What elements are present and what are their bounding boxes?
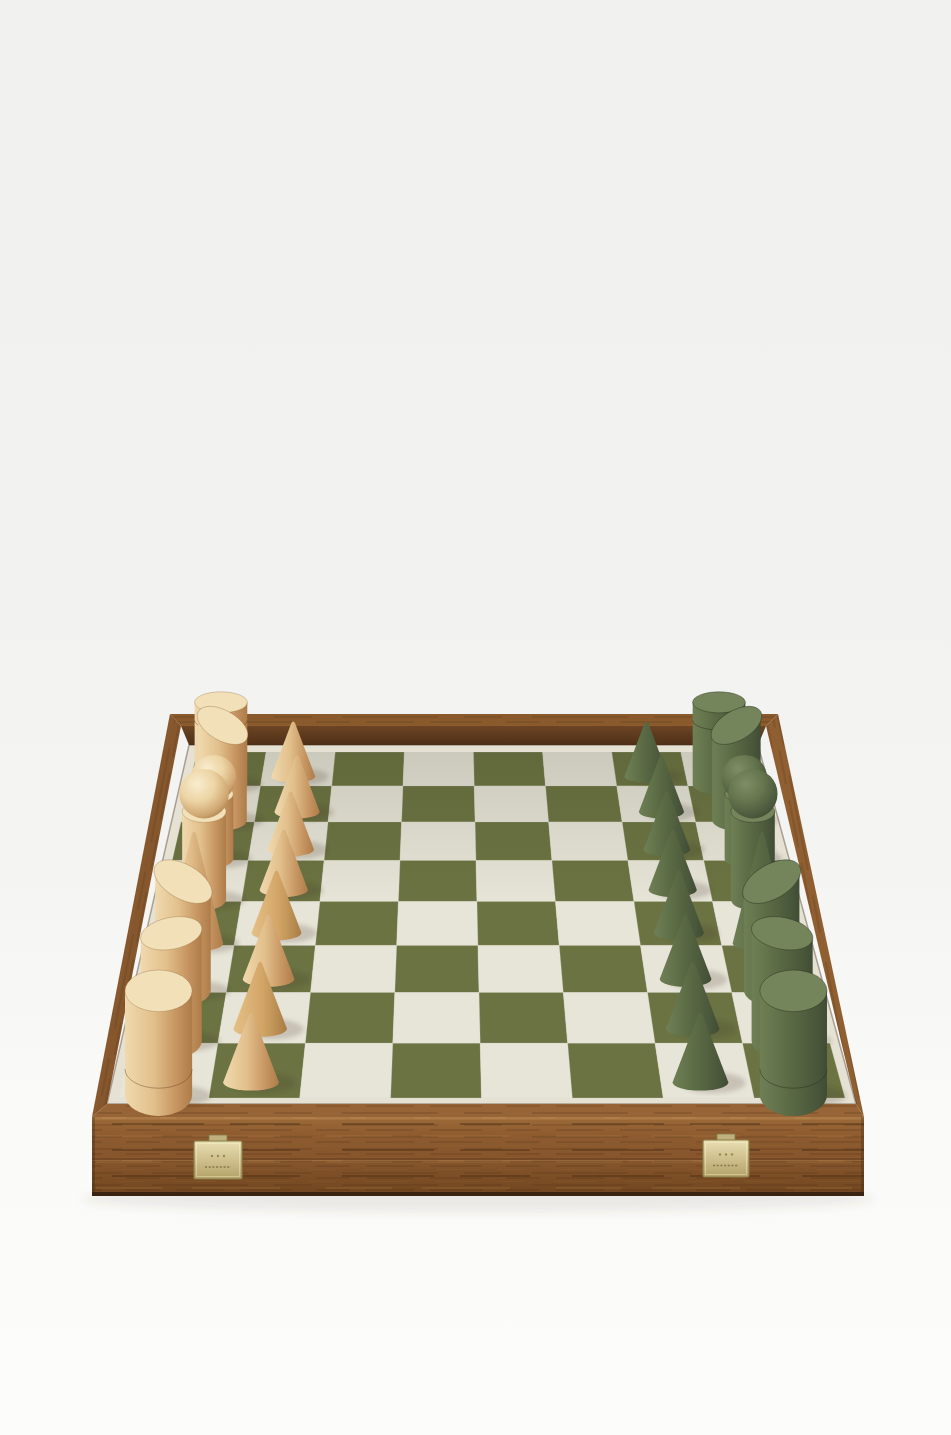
emblem-mark [725, 1153, 727, 1155]
brass-clasp-right [703, 1134, 749, 1177]
chess-set-scene [0, 0, 951, 1435]
emblem-mark [223, 1155, 225, 1157]
brass-clasp-left [194, 1135, 242, 1179]
product-photo [0, 0, 951, 1435]
case-bottom-edge [92, 1192, 864, 1196]
emblem-mark [217, 1155, 219, 1157]
case-inner-wall-far [181, 726, 766, 745]
emblem-mark [719, 1153, 721, 1155]
emblem-mark [731, 1153, 733, 1155]
emblem-mark [211, 1155, 213, 1157]
